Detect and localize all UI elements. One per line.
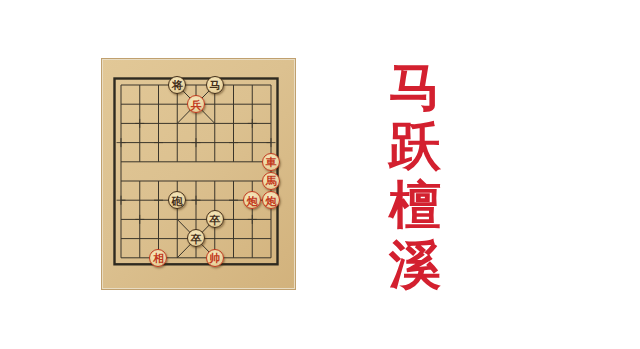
- board-point-7-6: 炮: [243, 191, 262, 210]
- piece-black-cannon[interactable]: 砲: [168, 191, 186, 209]
- piece-glyph: 马: [209, 80, 220, 91]
- piece-red-pawn[interactable]: 兵: [187, 95, 205, 113]
- piece-black-horse[interactable]: 马: [206, 76, 224, 94]
- board-point-5-9: 帅: [205, 248, 224, 267]
- board-grid: 将马兵車馬砲炮炮卒卒相帅: [112, 75, 281, 267]
- piece-red-general[interactable]: 帅: [206, 249, 224, 267]
- piece-black-pawn-2[interactable]: 卒: [187, 229, 205, 247]
- board-point-4-1: 兵: [187, 95, 206, 114]
- title-char-3: 檀: [384, 176, 446, 235]
- piece-red-chariot[interactable]: 車: [262, 153, 280, 171]
- piece-red-elephant[interactable]: 相: [149, 249, 167, 267]
- piece-black-general[interactable]: 将: [168, 76, 186, 94]
- piece-glyph: 炮: [247, 195, 258, 206]
- title-char-2: 跃: [384, 117, 446, 176]
- title-char-4: 溪: [384, 235, 446, 294]
- puzzle-title: 马 跃 檀 溪: [384, 58, 446, 294]
- board-point-3-0: 将: [168, 75, 187, 94]
- board-point-8-5: 馬: [262, 171, 281, 190]
- board-point-4-8: 卒: [187, 229, 206, 248]
- board-point-5-0: 马: [205, 75, 224, 94]
- piece-glyph: 馬: [265, 176, 276, 187]
- piece-glyph: 砲: [172, 195, 183, 206]
- piece-glyph: 卒: [190, 233, 201, 244]
- piece-glyph: 卒: [209, 214, 220, 225]
- board-point-8-4: 車: [262, 152, 281, 171]
- board-point-2-9: 相: [149, 248, 168, 267]
- title-char-1: 马: [384, 58, 446, 117]
- board-point-3-6: 砲: [168, 191, 187, 210]
- piece-glyph: 炮: [265, 195, 276, 206]
- piece-red-cannon-2[interactable]: 炮: [262, 191, 280, 209]
- page: 将马兵車馬砲炮炮卒卒相帅 马 跃 檀 溪: [0, 0, 640, 349]
- piece-red-horse[interactable]: 馬: [262, 172, 280, 190]
- piece-glyph: 車: [265, 157, 276, 168]
- piece-glyph: 帅: [209, 253, 220, 264]
- xiangqi-board: 将马兵車馬砲炮炮卒卒相帅: [101, 58, 296, 290]
- piece-black-pawn-1[interactable]: 卒: [206, 210, 224, 228]
- piece-red-cannon-1[interactable]: 炮: [243, 191, 261, 209]
- board-point-5-7: 卒: [205, 210, 224, 229]
- piece-glyph: 兵: [190, 99, 201, 110]
- board-point-8-6: 炮: [262, 191, 281, 210]
- piece-glyph: 相: [153, 253, 164, 264]
- piece-glyph: 将: [172, 80, 183, 91]
